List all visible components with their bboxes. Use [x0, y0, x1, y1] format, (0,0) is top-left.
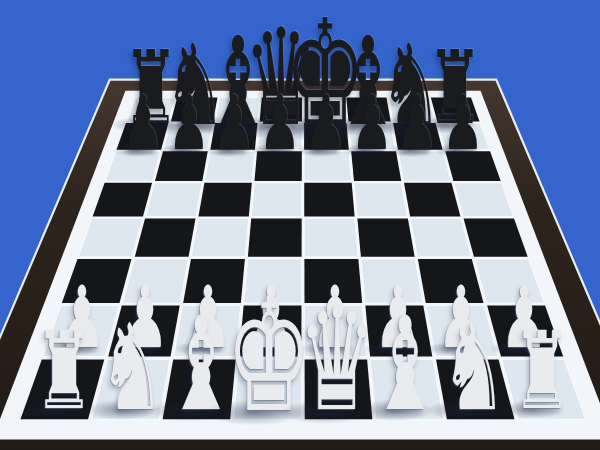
square-g4[interactable]: [410, 218, 471, 256]
square-e5[interactable]: [304, 183, 354, 217]
square-b4[interactable]: [135, 218, 196, 256]
piece-black-pawn-h7[interactable]: ♟: [429, 86, 497, 161]
square-g5[interactable]: [404, 183, 460, 217]
square-b5[interactable]: [146, 183, 202, 217]
rook-glyph: ♜: [512, 317, 572, 424]
square-c5[interactable]: [198, 183, 251, 217]
square-d4[interactable]: [248, 218, 302, 256]
square-f4[interactable]: [357, 218, 414, 256]
square-c4[interactable]: [191, 218, 248, 256]
square-e4[interactable]: [304, 218, 358, 256]
square-d5[interactable]: [251, 183, 301, 217]
scene-background: ♜♞♝♛♚♝♞♜♟♟♟♟♟♟♟♟♟♟♟♟♟♟♟♟♜♞♝♚♛♝♞♜: [0, 0, 600, 450]
square-f5[interactable]: [354, 183, 407, 217]
piece-white-rook-h1[interactable]: ♜: [494, 317, 590, 424]
pawn-glyph: ♟: [442, 86, 484, 161]
